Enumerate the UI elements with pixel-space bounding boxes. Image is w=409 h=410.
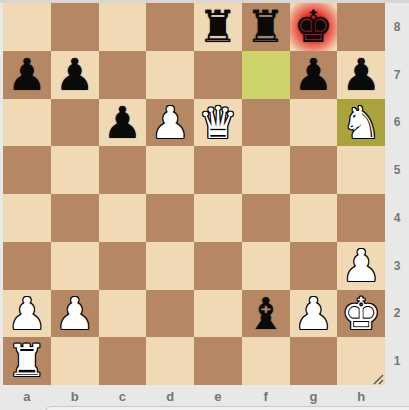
square-d2[interactable] xyxy=(146,290,194,338)
white-pawn[interactable]: ♟ xyxy=(55,290,94,338)
square-e3[interactable] xyxy=(194,242,242,290)
file-label-e: e xyxy=(194,386,242,406)
square-f8[interactable]: ♜ xyxy=(242,3,290,51)
square-e2[interactable] xyxy=(194,290,242,338)
square-g4[interactable] xyxy=(290,194,338,242)
square-e1[interactable] xyxy=(194,337,242,385)
square-h2[interactable]: ♚ xyxy=(337,290,385,338)
square-h4[interactable] xyxy=(337,194,385,242)
square-f1[interactable] xyxy=(242,337,290,385)
square-e4[interactable] xyxy=(194,194,242,242)
bottom-panel-edge xyxy=(45,406,409,410)
white-king[interactable]: ♚ xyxy=(341,290,380,338)
square-a3[interactable] xyxy=(3,242,51,290)
square-h8[interactable] xyxy=(337,3,385,51)
square-g5[interactable] xyxy=(290,146,338,194)
square-c5[interactable] xyxy=(99,146,147,194)
square-g7[interactable]: ♟ xyxy=(290,51,338,99)
square-b5[interactable] xyxy=(51,146,99,194)
square-g6[interactable] xyxy=(290,99,338,147)
rank-label-2: 2 xyxy=(386,290,408,338)
white-queen[interactable]: ♛ xyxy=(198,99,237,147)
square-a1[interactable]: ♜ xyxy=(3,337,51,385)
rank-label-7: 7 xyxy=(386,51,408,99)
black-rook[interactable]: ♜ xyxy=(246,3,285,51)
square-c4[interactable] xyxy=(99,194,147,242)
square-c2[interactable] xyxy=(99,290,147,338)
rank-label-6: 6 xyxy=(386,99,408,147)
file-label-c: c xyxy=(99,386,147,406)
file-label-a: a xyxy=(3,386,51,406)
square-c7[interactable] xyxy=(99,51,147,99)
black-king[interactable]: ♚ xyxy=(294,3,333,51)
square-a2[interactable]: ♟ xyxy=(3,290,51,338)
square-d7[interactable] xyxy=(146,51,194,99)
rank-coordinates: 87654321 xyxy=(386,3,408,385)
rank-label-3: 3 xyxy=(386,242,408,290)
file-coordinates: abcdefgh xyxy=(3,386,385,406)
square-a5[interactable] xyxy=(3,146,51,194)
square-d6[interactable]: ♟ xyxy=(146,99,194,147)
square-c3[interactable] xyxy=(99,242,147,290)
file-label-d: d xyxy=(146,386,194,406)
square-c1[interactable] xyxy=(99,337,147,385)
square-f2[interactable]: ♝ xyxy=(242,290,290,338)
square-c6[interactable]: ♟ xyxy=(99,99,147,147)
square-f7[interactable] xyxy=(242,51,290,99)
file-label-b: b xyxy=(51,386,99,406)
square-b8[interactable] xyxy=(51,3,99,51)
square-f5[interactable] xyxy=(242,146,290,194)
chess-board: ♜♜♚♟♟♟♟♟♟♛♞♟♟♟♝♟♚♜ xyxy=(3,3,385,385)
square-h1[interactable] xyxy=(337,337,385,385)
black-bishop[interactable]: ♝ xyxy=(246,290,285,338)
square-c8[interactable] xyxy=(99,3,147,51)
square-e8[interactable]: ♜ xyxy=(194,3,242,51)
square-g2[interactable]: ♟ xyxy=(290,290,338,338)
square-h3[interactable]: ♟ xyxy=(337,242,385,290)
rank-label-8: 8 xyxy=(386,3,408,51)
file-label-f: f xyxy=(242,386,290,406)
chess-board-page: ♜♜♚♟♟♟♟♟♟♛♞♟♟♟♝♟♚♜ 87654321 abcdefgh xyxy=(0,0,409,410)
square-b1[interactable] xyxy=(51,337,99,385)
file-label-h: h xyxy=(337,386,385,406)
square-b7[interactable]: ♟ xyxy=(51,51,99,99)
black-pawn[interactable]: ♟ xyxy=(294,51,333,99)
square-b4[interactable] xyxy=(51,194,99,242)
black-pawn[interactable]: ♟ xyxy=(341,51,380,99)
white-rook[interactable]: ♜ xyxy=(7,337,46,385)
black-pawn[interactable]: ♟ xyxy=(7,51,46,99)
square-d4[interactable] xyxy=(146,194,194,242)
file-label-g: g xyxy=(290,386,338,406)
square-g3[interactable] xyxy=(290,242,338,290)
square-d3[interactable] xyxy=(146,242,194,290)
black-rook[interactable]: ♜ xyxy=(198,3,237,51)
white-pawn[interactable]: ♟ xyxy=(150,99,189,147)
black-pawn[interactable]: ♟ xyxy=(55,51,94,99)
square-a7[interactable]: ♟ xyxy=(3,51,51,99)
rank-label-1: 1 xyxy=(386,337,408,385)
square-g1[interactable] xyxy=(290,337,338,385)
square-e5[interactable] xyxy=(194,146,242,194)
board-resize-handle-icon[interactable] xyxy=(371,371,384,384)
rank-label-5: 5 xyxy=(386,146,408,194)
square-d8[interactable] xyxy=(146,3,194,51)
square-f3[interactable] xyxy=(242,242,290,290)
square-a6[interactable] xyxy=(3,99,51,147)
white-pawn[interactable]: ♟ xyxy=(294,290,333,338)
square-a8[interactable] xyxy=(3,3,51,51)
square-a4[interactable] xyxy=(3,194,51,242)
square-h7[interactable]: ♟ xyxy=(337,51,385,99)
white-pawn[interactable]: ♟ xyxy=(341,242,380,290)
square-e7[interactable] xyxy=(194,51,242,99)
square-h5[interactable] xyxy=(337,146,385,194)
black-pawn[interactable]: ♟ xyxy=(103,99,142,147)
white-knight[interactable]: ♞ xyxy=(341,99,380,147)
square-f4[interactable] xyxy=(242,194,290,242)
square-d1[interactable] xyxy=(146,337,194,385)
square-f6[interactable] xyxy=(242,99,290,147)
white-pawn[interactable]: ♟ xyxy=(7,290,46,338)
square-b3[interactable] xyxy=(51,242,99,290)
square-b6[interactable] xyxy=(51,99,99,147)
square-e6[interactable]: ♛ xyxy=(194,99,242,147)
square-d5[interactable] xyxy=(146,146,194,194)
square-b2[interactable]: ♟ xyxy=(51,290,99,338)
rank-label-4: 4 xyxy=(386,194,408,242)
square-h6[interactable]: ♞ xyxy=(337,99,385,147)
square-g8[interactable]: ♚ xyxy=(290,3,338,51)
